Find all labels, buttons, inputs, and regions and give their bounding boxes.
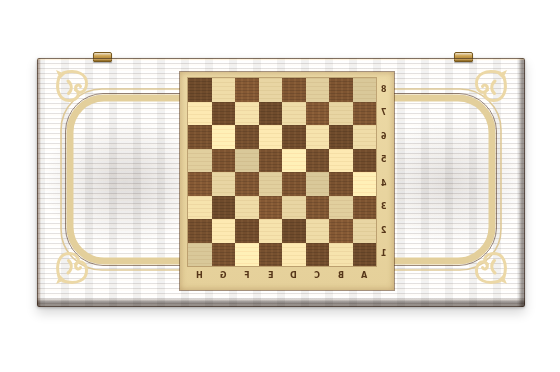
square-c5[interactable]	[306, 149, 330, 173]
square-h8[interactable]	[188, 78, 212, 102]
square-h6[interactable]	[188, 125, 212, 149]
square-h1[interactable]	[188, 243, 212, 267]
square-e8[interactable]	[259, 78, 283, 102]
square-f1[interactable]	[235, 243, 259, 267]
square-f8[interactable]	[235, 78, 259, 102]
square-b3[interactable]	[329, 196, 353, 220]
rank-label-5: 5	[377, 149, 391, 173]
ornament-top-right	[476, 70, 507, 101]
square-d1[interactable]	[282, 243, 306, 267]
rank-label-3: 3	[377, 196, 391, 220]
square-d7[interactable]	[282, 102, 306, 126]
pinstripe-right	[394, 89, 501, 270]
rank-label-2: 2	[377, 219, 391, 243]
rank-label-7: 7	[377, 102, 391, 126]
keyline-left	[66, 94, 181, 266]
square-g7[interactable]	[212, 102, 236, 126]
square-e2[interactable]	[259, 219, 283, 243]
square-g8[interactable]	[212, 78, 236, 102]
rank-label-6: 6	[377, 125, 391, 149]
ornament-bottom-left	[56, 253, 87, 284]
file-label-h: H	[188, 269, 212, 282]
square-b6[interactable]	[329, 125, 353, 149]
rank-label-8: 8	[377, 78, 391, 102]
square-g5[interactable]	[212, 149, 236, 173]
square-e7[interactable]	[259, 102, 283, 126]
inlay-band-right	[394, 98, 492, 261]
square-b2[interactable]	[329, 219, 353, 243]
square-g1[interactable]	[212, 243, 236, 267]
file-label-c: C	[306, 269, 330, 282]
square-g4[interactable]	[212, 172, 236, 196]
square-g3[interactable]	[212, 196, 236, 220]
square-a6[interactable]	[353, 125, 377, 149]
pinstripe-left	[61, 89, 180, 270]
hinge-left	[93, 52, 112, 62]
square-d4[interactable]	[282, 172, 306, 196]
square-a2[interactable]	[353, 219, 377, 243]
hinge-right	[454, 52, 473, 62]
file-label-e: E	[259, 269, 283, 282]
file-label-d: D	[282, 269, 306, 282]
chessboard-squares	[188, 78, 376, 266]
rank-label-1: 1	[377, 243, 391, 267]
square-a5[interactable]	[353, 149, 377, 173]
square-f2[interactable]	[235, 219, 259, 243]
square-c2[interactable]	[306, 219, 330, 243]
game-case-lid: 87654321 HGFEDCBA	[37, 58, 525, 307]
square-c6[interactable]	[306, 125, 330, 149]
square-d6[interactable]	[282, 125, 306, 149]
square-h7[interactable]	[188, 102, 212, 126]
file-label-a: A	[353, 269, 377, 282]
square-a1[interactable]	[353, 243, 377, 267]
square-h5[interactable]	[188, 149, 212, 173]
chessboard: 87654321 HGFEDCBA	[180, 72, 394, 290]
square-b1[interactable]	[329, 243, 353, 267]
square-c1[interactable]	[306, 243, 330, 267]
square-b8[interactable]	[329, 78, 353, 102]
square-f3[interactable]	[235, 196, 259, 220]
square-f4[interactable]	[235, 172, 259, 196]
square-d2[interactable]	[282, 219, 306, 243]
square-b7[interactable]	[329, 102, 353, 126]
square-a4[interactable]	[353, 172, 377, 196]
square-b5[interactable]	[329, 149, 353, 173]
file-label-f: F	[235, 269, 259, 282]
square-c4[interactable]	[306, 172, 330, 196]
square-c8[interactable]	[306, 78, 330, 102]
square-f6[interactable]	[235, 125, 259, 149]
square-e1[interactable]	[259, 243, 283, 267]
square-g6[interactable]	[212, 125, 236, 149]
ornament-top-left	[56, 70, 87, 101]
square-e3[interactable]	[259, 196, 283, 220]
square-a8[interactable]	[353, 78, 377, 102]
square-a7[interactable]	[353, 102, 377, 126]
inlay-band-left	[70, 98, 180, 261]
square-c7[interactable]	[306, 102, 330, 126]
square-b4[interactable]	[329, 172, 353, 196]
rank-label-4: 4	[377, 172, 391, 196]
square-h2[interactable]	[188, 219, 212, 243]
square-a3[interactable]	[353, 196, 377, 220]
square-f5[interactable]	[235, 149, 259, 173]
square-g2[interactable]	[212, 219, 236, 243]
square-c3[interactable]	[306, 196, 330, 220]
square-d8[interactable]	[282, 78, 306, 102]
square-h3[interactable]	[188, 196, 212, 220]
square-e6[interactable]	[259, 125, 283, 149]
ornament-bottom-right	[476, 253, 507, 284]
square-d3[interactable]	[282, 196, 306, 220]
file-label-g: G	[212, 269, 236, 282]
product-photo: 87654321 HGFEDCBA	[0, 0, 560, 372]
keyline-right	[394, 94, 497, 266]
square-e4[interactable]	[259, 172, 283, 196]
square-h4[interactable]	[188, 172, 212, 196]
square-e5[interactable]	[259, 149, 283, 173]
file-label-b: B	[329, 269, 353, 282]
square-f7[interactable]	[235, 102, 259, 126]
square-d5[interactable]	[282, 149, 306, 173]
